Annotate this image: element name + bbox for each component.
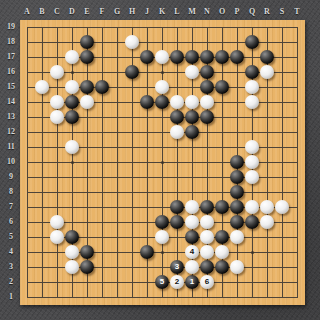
stone-black-O15[interactable] xyxy=(215,80,229,94)
column-label: G xyxy=(114,8,120,16)
column-label: S xyxy=(280,8,284,16)
stone-white-Q10[interactable] xyxy=(245,155,259,169)
stone-black-E15[interactable] xyxy=(80,80,94,94)
grid-line-vertical xyxy=(282,27,283,298)
row-label: 15 xyxy=(7,83,15,91)
stone-white-R16[interactable] xyxy=(260,65,274,79)
stone-white-C13[interactable] xyxy=(50,110,64,124)
stone-black-J17[interactable] xyxy=(140,50,154,64)
row-label: 6 xyxy=(9,218,13,226)
stone-black-M12[interactable] xyxy=(185,125,199,139)
column-label: E xyxy=(84,8,89,16)
star-point xyxy=(251,251,254,254)
stone-black-J4[interactable] xyxy=(140,245,154,259)
stone-black-Q16[interactable] xyxy=(245,65,259,79)
row-label: 3 xyxy=(9,263,13,271)
row-label: 8 xyxy=(9,188,13,196)
stone-white-R7[interactable] xyxy=(260,200,274,214)
stone-black-M2[interactable]: 1 xyxy=(185,275,199,289)
row-label: 11 xyxy=(7,143,15,151)
stone-white-C14[interactable] xyxy=(50,95,64,109)
star-point xyxy=(161,71,164,74)
stone-black-N3[interactable] xyxy=(200,260,214,274)
row-label: 19 xyxy=(7,23,15,31)
stone-white-K15[interactable] xyxy=(155,80,169,94)
stone-black-E17[interactable] xyxy=(80,50,94,64)
column-label: Q xyxy=(249,8,255,16)
stone-white-H18[interactable] xyxy=(125,35,139,49)
move-number-label: 5 xyxy=(160,278,164,286)
column-label: M xyxy=(188,8,196,16)
stone-white-E14[interactable] xyxy=(80,95,94,109)
stone-white-M6[interactable] xyxy=(185,215,199,229)
column-label: P xyxy=(235,8,240,16)
go-board[interactable]: 351426 xyxy=(20,20,305,305)
row-label: 14 xyxy=(7,98,15,106)
stone-white-P5[interactable] xyxy=(230,230,244,244)
star-point xyxy=(71,71,74,74)
stone-white-P3[interactable] xyxy=(230,260,244,274)
row-label: 17 xyxy=(7,53,15,61)
stone-black-J14[interactable] xyxy=(140,95,154,109)
move-number-label: 6 xyxy=(205,278,209,286)
row-label: 12 xyxy=(7,128,15,136)
stone-black-E3[interactable] xyxy=(80,260,94,274)
stone-black-Q18[interactable] xyxy=(245,35,259,49)
grid-line-vertical xyxy=(297,27,298,298)
stone-white-Q15[interactable] xyxy=(245,80,259,94)
row-label: 10 xyxy=(7,158,15,166)
move-number-label: 1 xyxy=(190,278,194,286)
stone-black-M5[interactable] xyxy=(185,230,199,244)
star-point xyxy=(71,161,74,164)
stone-white-M7[interactable] xyxy=(185,200,199,214)
stone-black-D14[interactable] xyxy=(65,95,79,109)
row-label: 16 xyxy=(7,68,15,76)
column-label: K xyxy=(159,8,165,16)
stone-white-D3[interactable] xyxy=(65,260,79,274)
stone-white-L14[interactable] xyxy=(170,95,184,109)
stone-black-P10[interactable] xyxy=(230,155,244,169)
stone-black-Q6[interactable] xyxy=(245,215,259,229)
row-label: 2 xyxy=(9,278,13,286)
row-label: 18 xyxy=(7,38,15,46)
stone-white-S7[interactable] xyxy=(275,200,289,214)
stone-black-D5[interactable] xyxy=(65,230,79,244)
move-number-label: 4 xyxy=(190,248,194,256)
stone-white-B15[interactable] xyxy=(35,80,49,94)
stone-black-P8[interactable] xyxy=(230,185,244,199)
stone-black-P7[interactable] xyxy=(230,200,244,214)
stone-black-N7[interactable] xyxy=(200,200,214,214)
stone-white-D11[interactable] xyxy=(65,140,79,154)
grid-line-vertical xyxy=(177,27,178,298)
stone-black-P17[interactable] xyxy=(230,50,244,64)
column-label: R xyxy=(264,8,270,16)
star-point xyxy=(161,161,164,164)
stone-black-O7[interactable] xyxy=(215,200,229,214)
stone-white-D17[interactable] xyxy=(65,50,79,64)
stone-black-L6[interactable] xyxy=(170,215,184,229)
move-number-label: 3 xyxy=(175,263,179,271)
stone-white-N2[interactable]: 6 xyxy=(200,275,214,289)
stone-black-K14[interactable] xyxy=(155,95,169,109)
column-label: B xyxy=(39,8,44,16)
row-label: 9 xyxy=(9,173,13,181)
stone-white-D15[interactable] xyxy=(65,80,79,94)
stone-black-L7[interactable] xyxy=(170,200,184,214)
stone-white-Q14[interactable] xyxy=(245,95,259,109)
stone-black-P6[interactable] xyxy=(230,215,244,229)
stone-white-N4[interactable] xyxy=(200,245,214,259)
stone-white-N6[interactable] xyxy=(200,215,214,229)
column-label: T xyxy=(294,8,299,16)
stone-white-Q9[interactable] xyxy=(245,170,259,184)
row-label: 5 xyxy=(9,233,13,241)
column-label: A xyxy=(24,8,30,16)
stone-white-Q11[interactable] xyxy=(245,140,259,154)
stone-white-M4[interactable]: 4 xyxy=(185,245,199,259)
stone-black-H16[interactable] xyxy=(125,65,139,79)
stone-white-D4[interactable] xyxy=(65,245,79,259)
stone-black-N17[interactable] xyxy=(200,50,214,64)
stone-white-M3[interactable] xyxy=(185,260,199,274)
row-label: 7 xyxy=(9,203,13,211)
column-label: L xyxy=(174,8,179,16)
stone-white-C5[interactable] xyxy=(50,230,64,244)
stone-black-F15[interactable] xyxy=(95,80,109,94)
column-label: C xyxy=(54,8,60,16)
stone-black-O17[interactable] xyxy=(215,50,229,64)
stone-white-M16[interactable] xyxy=(185,65,199,79)
stone-black-R17[interactable] xyxy=(260,50,274,64)
stone-black-N13[interactable] xyxy=(200,110,214,124)
star-point xyxy=(161,251,164,254)
stone-black-L3[interactable]: 3 xyxy=(170,260,184,274)
stone-black-E18[interactable] xyxy=(80,35,94,49)
stone-black-N16[interactable] xyxy=(200,65,214,79)
stone-white-K17[interactable] xyxy=(155,50,169,64)
grid-line-horizontal xyxy=(27,192,298,193)
stone-white-R6[interactable] xyxy=(260,215,274,229)
go-app-window: 351426 ABCDEFGHJKLMNOPQRST19181716151413… xyxy=(0,0,320,320)
stone-black-P9[interactable] xyxy=(230,170,244,184)
stone-white-Q7[interactable] xyxy=(245,200,259,214)
stone-white-N14[interactable] xyxy=(200,95,214,109)
column-label: N xyxy=(204,8,210,16)
row-label: 13 xyxy=(7,113,15,121)
column-label: F xyxy=(100,8,105,16)
move-number-label: 2 xyxy=(175,278,179,286)
stone-black-M13[interactable] xyxy=(185,110,199,124)
column-label: J xyxy=(145,8,149,16)
stone-white-L12[interactable] xyxy=(170,125,184,139)
stone-black-M17[interactable] xyxy=(185,50,199,64)
column-label: H xyxy=(129,8,135,16)
stone-black-N15[interactable] xyxy=(200,80,214,94)
stone-black-O3[interactable] xyxy=(215,260,229,274)
stone-black-O5[interactable] xyxy=(215,230,229,244)
stone-white-N5[interactable] xyxy=(200,230,214,244)
stone-black-K6[interactable] xyxy=(155,215,169,229)
column-label: D xyxy=(69,8,75,16)
stone-white-C16[interactable] xyxy=(50,65,64,79)
stone-white-O4[interactable] xyxy=(215,245,229,259)
column-label: O xyxy=(219,8,225,16)
stone-black-L13[interactable] xyxy=(170,110,184,124)
stone-white-C6[interactable] xyxy=(50,215,64,229)
grid-line-horizontal xyxy=(27,297,298,298)
stone-white-K5[interactable] xyxy=(155,230,169,244)
row-label: 4 xyxy=(9,248,13,256)
row-label: 1 xyxy=(9,293,13,301)
stone-black-E4[interactable] xyxy=(80,245,94,259)
stone-white-L2[interactable]: 2 xyxy=(170,275,184,289)
stone-white-M14[interactable] xyxy=(185,95,199,109)
stone-black-K2[interactable]: 5 xyxy=(155,275,169,289)
stone-black-D13[interactable] xyxy=(65,110,79,124)
stone-black-L17[interactable] xyxy=(170,50,184,64)
